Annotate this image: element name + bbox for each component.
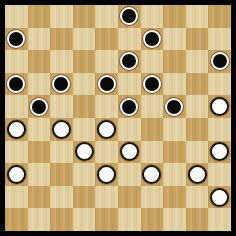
white-piece[interactable] bbox=[97, 165, 116, 184]
square-r0c8 bbox=[186, 5, 209, 28]
square-r6c3[interactable] bbox=[73, 141, 96, 164]
square-r3c9 bbox=[208, 73, 231, 96]
square-r1c1 bbox=[28, 28, 51, 51]
square-r2c4 bbox=[95, 50, 118, 73]
square-r7c3 bbox=[73, 163, 96, 186]
black-piece[interactable] bbox=[211, 52, 229, 70]
square-r8c6 bbox=[141, 186, 164, 209]
black-piece[interactable] bbox=[120, 98, 138, 116]
black-piece[interactable] bbox=[120, 52, 138, 70]
square-r3c1 bbox=[28, 73, 51, 96]
square-r5c6[interactable] bbox=[141, 118, 164, 141]
square-r8c8 bbox=[186, 186, 209, 209]
square-r4c3[interactable] bbox=[73, 95, 96, 118]
white-piece[interactable] bbox=[210, 188, 229, 207]
square-r4c6 bbox=[141, 95, 164, 118]
board-frame bbox=[0, 0, 236, 236]
square-r7c8[interactable] bbox=[186, 163, 209, 186]
square-r8c3[interactable] bbox=[73, 186, 96, 209]
white-piece[interactable] bbox=[120, 142, 139, 161]
square-r3c6[interactable] bbox=[141, 73, 164, 96]
square-r6c6 bbox=[141, 141, 164, 164]
square-r1c3 bbox=[73, 28, 96, 51]
square-r1c4[interactable] bbox=[95, 28, 118, 51]
square-r6c2 bbox=[50, 141, 73, 164]
square-r5c4[interactable] bbox=[95, 118, 118, 141]
square-r4c5[interactable] bbox=[118, 95, 141, 118]
square-r3c8[interactable] bbox=[186, 73, 209, 96]
square-r5c1 bbox=[28, 118, 51, 141]
square-r3c0[interactable] bbox=[5, 73, 28, 96]
black-piece[interactable] bbox=[165, 98, 183, 116]
square-r5c8[interactable] bbox=[186, 118, 209, 141]
black-piece[interactable] bbox=[120, 7, 138, 25]
black-piece[interactable] bbox=[7, 75, 25, 93]
square-r4c7[interactable] bbox=[163, 95, 186, 118]
square-r9c0[interactable] bbox=[5, 208, 28, 231]
white-piece[interactable] bbox=[188, 165, 207, 184]
square-r9c8[interactable] bbox=[186, 208, 209, 231]
square-r4c9[interactable] bbox=[208, 95, 231, 118]
square-r9c4[interactable] bbox=[95, 208, 118, 231]
square-r4c2 bbox=[50, 95, 73, 118]
square-r2c5[interactable] bbox=[118, 50, 141, 73]
square-r5c9 bbox=[208, 118, 231, 141]
square-r7c9 bbox=[208, 163, 231, 186]
square-r1c5 bbox=[118, 28, 141, 51]
square-r1c7 bbox=[163, 28, 186, 51]
square-r7c7 bbox=[163, 163, 186, 186]
square-r3c3 bbox=[73, 73, 96, 96]
square-r1c2[interactable] bbox=[50, 28, 73, 51]
square-r7c1 bbox=[28, 163, 51, 186]
square-r6c7[interactable] bbox=[163, 141, 186, 164]
square-r6c8 bbox=[186, 141, 209, 164]
square-r5c3 bbox=[73, 118, 96, 141]
square-r5c0[interactable] bbox=[5, 118, 28, 141]
square-r5c5 bbox=[118, 118, 141, 141]
square-r0c6 bbox=[141, 5, 164, 28]
square-r2c2 bbox=[50, 50, 73, 73]
square-r8c1[interactable] bbox=[28, 186, 51, 209]
square-r0c2 bbox=[50, 5, 73, 28]
white-piece[interactable] bbox=[210, 97, 229, 116]
square-r3c2[interactable] bbox=[50, 73, 73, 96]
square-r0c4 bbox=[95, 5, 118, 28]
square-r9c1 bbox=[28, 208, 51, 231]
square-r0c1[interactable] bbox=[28, 5, 51, 28]
white-piece[interactable] bbox=[210, 142, 229, 161]
square-r3c4[interactable] bbox=[95, 73, 118, 96]
square-r6c9[interactable] bbox=[208, 141, 231, 164]
square-r7c6[interactable] bbox=[141, 163, 164, 186]
black-piece[interactable] bbox=[98, 75, 116, 93]
square-r2c9[interactable] bbox=[208, 50, 231, 73]
square-r3c7 bbox=[163, 73, 186, 96]
square-r9c6[interactable] bbox=[141, 208, 164, 231]
white-piece[interactable] bbox=[142, 165, 161, 184]
square-r4c4 bbox=[95, 95, 118, 118]
square-r0c3[interactable] bbox=[73, 5, 96, 28]
square-r9c2[interactable] bbox=[50, 208, 73, 231]
square-r9c7 bbox=[163, 208, 186, 231]
black-piece[interactable] bbox=[30, 98, 48, 116]
square-r9c3 bbox=[73, 208, 96, 231]
white-piece[interactable] bbox=[75, 142, 94, 161]
square-r8c7[interactable] bbox=[163, 186, 186, 209]
square-r3c5 bbox=[118, 73, 141, 96]
square-r0c9[interactable] bbox=[208, 5, 231, 28]
square-r6c5[interactable] bbox=[118, 141, 141, 164]
square-r9c9 bbox=[208, 208, 231, 231]
black-piece[interactable] bbox=[143, 75, 161, 93]
black-piece[interactable] bbox=[143, 30, 161, 48]
square-r2c8 bbox=[186, 50, 209, 73]
white-piece[interactable] bbox=[97, 120, 116, 139]
square-r5c7 bbox=[163, 118, 186, 141]
square-r2c1[interactable] bbox=[28, 50, 51, 73]
white-piece[interactable] bbox=[52, 120, 71, 139]
square-r7c2[interactable] bbox=[50, 163, 73, 186]
black-piece[interactable] bbox=[52, 75, 70, 93]
square-r7c4[interactable] bbox=[95, 163, 118, 186]
square-r2c3[interactable] bbox=[73, 50, 96, 73]
square-r1c8[interactable] bbox=[186, 28, 209, 51]
square-r1c6[interactable] bbox=[141, 28, 164, 51]
square-r0c7[interactable] bbox=[163, 5, 186, 28]
square-r8c9[interactable] bbox=[208, 186, 231, 209]
square-r9c5 bbox=[118, 208, 141, 231]
square-r6c1[interactable] bbox=[28, 141, 51, 164]
square-r6c0 bbox=[5, 141, 28, 164]
square-r6c4 bbox=[95, 141, 118, 164]
square-r4c8 bbox=[186, 95, 209, 118]
square-r8c5[interactable] bbox=[118, 186, 141, 209]
square-r4c0 bbox=[5, 95, 28, 118]
checkers-board bbox=[5, 5, 231, 231]
square-r2c7[interactable] bbox=[163, 50, 186, 73]
white-piece[interactable] bbox=[7, 165, 26, 184]
square-r8c2 bbox=[50, 186, 73, 209]
white-piece[interactable] bbox=[7, 120, 26, 139]
black-piece[interactable] bbox=[7, 30, 25, 48]
square-r1c9 bbox=[208, 28, 231, 51]
square-r0c0 bbox=[5, 5, 28, 28]
square-r8c4 bbox=[95, 186, 118, 209]
square-r5c2[interactable] bbox=[50, 118, 73, 141]
square-r2c0 bbox=[5, 50, 28, 73]
square-r7c5 bbox=[118, 163, 141, 186]
square-r4c1[interactable] bbox=[28, 95, 51, 118]
square-r7c0[interactable] bbox=[5, 163, 28, 186]
square-r8c0 bbox=[5, 186, 28, 209]
square-r0c5[interactable] bbox=[118, 5, 141, 28]
square-r2c6 bbox=[141, 50, 164, 73]
square-r1c0[interactable] bbox=[5, 28, 28, 51]
